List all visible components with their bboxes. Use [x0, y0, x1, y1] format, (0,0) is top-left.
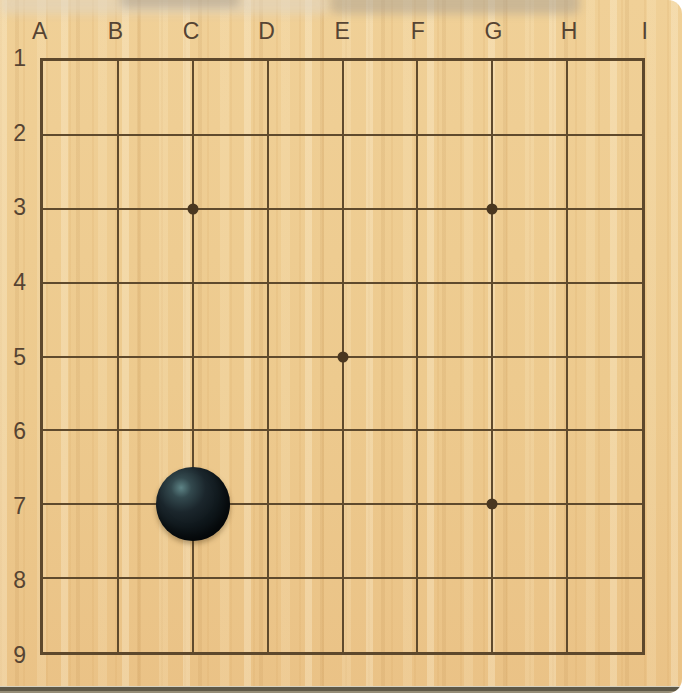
go-app-window: ABCDEFGHI 123456789: [0, 0, 685, 693]
column-label-D: D: [258, 18, 275, 45]
star-point-E5: [337, 351, 348, 362]
row-labels: 123456789: [0, 58, 40, 655]
row-label-7: 7: [13, 492, 26, 519]
star-point-C3: [187, 203, 198, 214]
grid-line-horizontal: [43, 503, 642, 505]
grid-line-vertical: [491, 61, 493, 652]
grid-line-vertical: [566, 61, 568, 652]
row-label-1: 1: [13, 45, 26, 72]
row-label-2: 2: [13, 119, 26, 146]
column-label-H: H: [561, 18, 578, 45]
row-label-8: 8: [13, 567, 26, 594]
grid-line-horizontal: [43, 577, 642, 579]
row-label-3: 3: [13, 194, 26, 221]
column-label-F: F: [411, 18, 426, 45]
row-label-6: 6: [13, 418, 26, 445]
row-label-5: 5: [13, 343, 26, 370]
go-grid[interactable]: [40, 58, 645, 655]
column-label-B: B: [108, 18, 124, 45]
star-point-G7: [487, 499, 498, 510]
column-label-G: G: [485, 18, 503, 45]
column-label-I: I: [642, 18, 649, 45]
board-bottom-bevel: [0, 686, 682, 693]
row-label-4: 4: [13, 268, 26, 295]
go-board[interactable]: ABCDEFGHI 123456789: [0, 0, 682, 693]
grid-line-vertical: [416, 61, 418, 652]
grid-line-horizontal: [43, 429, 642, 431]
column-label-A: A: [32, 18, 48, 45]
column-labels: ABCDEFGHI: [40, 0, 645, 58]
star-point-G3: [487, 203, 498, 214]
column-label-E: E: [335, 18, 351, 45]
column-label-C: C: [183, 18, 200, 45]
row-label-9: 9: [13, 642, 26, 669]
black-stone-C7[interactable]: [156, 467, 230, 541]
